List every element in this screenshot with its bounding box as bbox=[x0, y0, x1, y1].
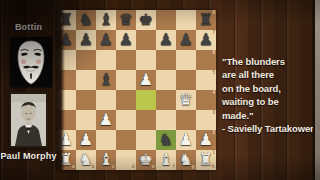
black-player-avatar bbox=[9, 92, 48, 148]
quote-attribution: - Savielly Tartakower bbox=[222, 122, 320, 135]
file-label-c: c bbox=[112, 165, 115, 170]
square-c1[interactable]: ♝c bbox=[96, 150, 116, 170]
rank-label-1: 1 bbox=[212, 151, 215, 156]
square-h3[interactable]: 3 bbox=[196, 110, 216, 130]
square-h8[interactable]: ♜8 bbox=[196, 10, 216, 30]
square-a3[interactable] bbox=[56, 110, 76, 130]
black-pawn-f7[interactable]: ♟ bbox=[156, 30, 176, 50]
rank-label-4: 4 bbox=[212, 91, 215, 96]
quote-line: waiting to be bbox=[222, 95, 320, 108]
quote-block: "The blunders are all there on the board… bbox=[222, 55, 320, 135]
square-c8[interactable]: ♝ bbox=[96, 10, 116, 30]
white-pawn-e5[interactable]: ♟ bbox=[136, 70, 156, 90]
white-pawn-a2[interactable]: ♟ bbox=[56, 130, 76, 150]
white-player-avatar bbox=[10, 37, 52, 87]
square-f3[interactable] bbox=[156, 110, 176, 130]
black-pawn-a7[interactable]: ♟ bbox=[56, 30, 76, 50]
wood-plank-edge bbox=[313, 0, 320, 180]
file-label-h: h bbox=[212, 165, 215, 170]
square-a2[interactable]: ♟ bbox=[56, 130, 76, 150]
square-a4[interactable] bbox=[56, 90, 76, 110]
rank-label-5: 5 bbox=[212, 71, 215, 76]
square-g6[interactable] bbox=[176, 50, 196, 70]
square-d5[interactable] bbox=[116, 70, 136, 90]
white-player-name: Bottin bbox=[0, 22, 57, 32]
square-g5[interactable] bbox=[176, 70, 196, 90]
quote-line: "The blunders bbox=[222, 55, 320, 68]
guy-fawkes-mask-icon bbox=[10, 37, 52, 87]
square-a5[interactable] bbox=[56, 70, 76, 90]
rank-label-2: 2 bbox=[212, 131, 215, 136]
square-f1[interactable]: ♝f bbox=[156, 150, 176, 170]
square-g8[interactable] bbox=[176, 10, 196, 30]
square-b6[interactable] bbox=[76, 50, 96, 70]
file-label-d: d bbox=[132, 165, 135, 170]
square-c4[interactable] bbox=[96, 90, 116, 110]
rank-label-6: 6 bbox=[212, 51, 215, 56]
square-d6[interactable] bbox=[116, 50, 136, 70]
black-queen-d8[interactable]: ♛ bbox=[116, 10, 136, 30]
rank-label-8: 8 bbox=[212, 11, 215, 16]
white-pawn-c3[interactable]: ♟ bbox=[96, 110, 116, 130]
square-e4[interactable] bbox=[136, 90, 156, 110]
square-d1[interactable]: d bbox=[116, 150, 136, 170]
paul-morphy-portrait bbox=[11, 94, 46, 146]
rank-label-7: 7 bbox=[212, 31, 215, 36]
file-label-a: a bbox=[72, 165, 75, 170]
square-b1[interactable]: ♞b bbox=[76, 150, 96, 170]
square-b4[interactable] bbox=[76, 90, 96, 110]
square-b3[interactable] bbox=[76, 110, 96, 130]
black-knight-b8[interactable]: ♞ bbox=[76, 10, 96, 30]
white-pawn-b2[interactable]: ♟ bbox=[76, 130, 96, 150]
square-g1[interactable]: ♞g bbox=[176, 150, 196, 170]
square-f8[interactable] bbox=[156, 10, 176, 30]
square-h4[interactable]: 4 bbox=[196, 90, 216, 110]
file-label-e: e bbox=[152, 165, 155, 170]
chess-board[interactable]: ♜♞♝♛♚♜8♟♟♟♟♟♟♟76♝♟5♛4♟3♟♟♞♟♟2♜a♞b♝cd♚e♝f… bbox=[56, 10, 216, 170]
square-c2[interactable] bbox=[96, 130, 116, 150]
black-bishop-c5[interactable]: ♝ bbox=[96, 70, 116, 90]
square-g3[interactable] bbox=[176, 110, 196, 130]
square-a8[interactable]: ♜ bbox=[56, 10, 76, 30]
square-h2[interactable]: ♟2 bbox=[196, 130, 216, 150]
quote-line: on the board, bbox=[222, 82, 320, 95]
black-pawn-d7[interactable]: ♟ bbox=[116, 30, 136, 50]
quote-line: are all there bbox=[222, 68, 320, 81]
square-b5[interactable] bbox=[76, 70, 96, 90]
square-f4[interactable] bbox=[156, 90, 176, 110]
square-h6[interactable]: 6 bbox=[196, 50, 216, 70]
rank-label-3: 3 bbox=[212, 111, 215, 116]
square-f6[interactable] bbox=[156, 50, 176, 70]
square-c3[interactable]: ♟ bbox=[96, 110, 116, 130]
square-c6[interactable] bbox=[96, 50, 116, 70]
square-e3[interactable] bbox=[136, 110, 156, 130]
square-b8[interactable]: ♞ bbox=[76, 10, 96, 30]
video-thumbnail: ♜♞♝♛♚♜8♟♟♟♟♟♟♟76♝♟5♛4♟3♟♟♞♟♟2♜a♞b♝cd♚e♝f… bbox=[0, 0, 320, 180]
black-pawn-g7[interactable]: ♟ bbox=[176, 30, 196, 50]
square-b2[interactable]: ♟ bbox=[76, 130, 96, 150]
square-h1[interactable]: ♜1h bbox=[196, 150, 216, 170]
file-label-b: b bbox=[92, 165, 95, 170]
square-e2[interactable] bbox=[136, 130, 156, 150]
file-label-g: g bbox=[192, 165, 195, 170]
square-d3[interactable] bbox=[116, 110, 136, 130]
square-e5[interactable]: ♟ bbox=[136, 70, 156, 90]
square-g4[interactable]: ♛ bbox=[176, 90, 196, 110]
square-e1[interactable]: ♚e bbox=[136, 150, 156, 170]
black-rook-a8[interactable]: ♜ bbox=[56, 10, 76, 30]
black-knight-f2[interactable]: ♞ bbox=[156, 130, 176, 150]
square-d8[interactable]: ♛ bbox=[116, 10, 136, 30]
square-e8[interactable]: ♚ bbox=[136, 10, 156, 30]
square-d2[interactable] bbox=[116, 130, 136, 150]
square-b7[interactable]: ♟ bbox=[76, 30, 96, 50]
square-a6[interactable] bbox=[56, 50, 76, 70]
square-f5[interactable] bbox=[156, 70, 176, 90]
square-g2[interactable]: ♟ bbox=[176, 130, 196, 150]
black-pawn-c7[interactable]: ♟ bbox=[96, 30, 116, 50]
black-bishop-c8[interactable]: ♝ bbox=[96, 10, 116, 30]
square-d7[interactable]: ♟ bbox=[116, 30, 136, 50]
black-pawn-b7[interactable]: ♟ bbox=[76, 30, 96, 50]
square-c7[interactable]: ♟ bbox=[96, 30, 116, 50]
square-d4[interactable] bbox=[116, 90, 136, 110]
white-queen-g4[interactable]: ♛ bbox=[176, 90, 196, 110]
square-c5[interactable]: ♝ bbox=[96, 70, 116, 90]
quote-line: made." bbox=[222, 109, 320, 122]
square-e7[interactable] bbox=[136, 30, 156, 50]
file-label-f: f bbox=[173, 165, 175, 170]
square-f7[interactable]: ♟ bbox=[156, 30, 176, 50]
square-h7[interactable]: ♟7 bbox=[196, 30, 216, 50]
square-f2[interactable]: ♞ bbox=[156, 130, 176, 150]
black-player-name: Paul Morphy bbox=[0, 151, 57, 161]
square-a7[interactable]: ♟ bbox=[56, 30, 76, 50]
black-king-e8[interactable]: ♚ bbox=[136, 10, 156, 30]
square-a1[interactable]: ♜a bbox=[56, 150, 76, 170]
square-e6[interactable] bbox=[136, 50, 156, 70]
square-h5[interactable]: 5 bbox=[196, 70, 216, 90]
square-g7[interactable]: ♟ bbox=[176, 30, 196, 50]
white-pawn-g2[interactable]: ♟ bbox=[176, 130, 196, 150]
